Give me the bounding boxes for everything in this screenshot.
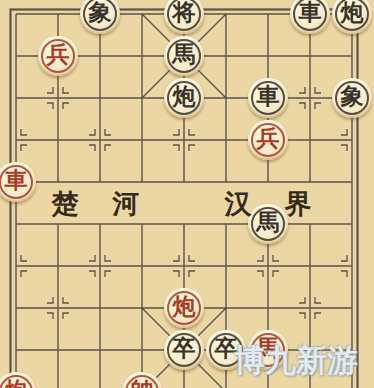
piece-character: 車	[5, 161, 28, 201]
piece-character: 馬	[173, 35, 196, 75]
piece-black-horse[interactable]: 馬	[164, 36, 204, 76]
piece-black-cannon[interactable]: 炮	[332, 0, 372, 34]
piece-red-chariot[interactable]: 車	[0, 162, 36, 202]
piece-character: 象	[341, 77, 364, 117]
piece-red-general[interactable]: 帥	[122, 372, 162, 388]
piece-black-cannon[interactable]: 炮	[164, 78, 204, 118]
piece-red-cannon[interactable]: 炮	[0, 372, 36, 388]
piece-character: 炮	[173, 287, 196, 327]
piece-black-chariot[interactable]: 車	[290, 0, 330, 34]
river-label-chu: 楚	[52, 189, 79, 219]
piece-character: 卒	[173, 329, 196, 369]
piece-character: 将	[173, 0, 196, 33]
piece-black-elephant[interactable]: 象	[332, 78, 372, 118]
watermark: 博九新游	[234, 340, 358, 382]
piece-red-soldier[interactable]: 兵	[38, 36, 78, 76]
piece-black-chariot[interactable]: 車	[248, 78, 288, 118]
xiangqi-board[interactable]: 象将車炮兵馬炮車象兵車馬炮卒卒馬炮帥 楚 河 汉 界 博九新游	[0, 0, 374, 388]
river-label-he: 河	[113, 189, 140, 219]
piece-character: 象	[89, 0, 112, 33]
river-label-han: 汉	[225, 189, 252, 219]
piece-black-elephant[interactable]: 象	[80, 0, 120, 34]
piece-character: 馬	[257, 203, 280, 243]
piece-black-horse[interactable]: 馬	[248, 204, 288, 244]
piece-character: 車	[257, 77, 280, 117]
piece-character: 兵	[257, 119, 280, 159]
piece-character: 炮	[5, 371, 28, 388]
piece-red-cannon[interactable]: 炮	[164, 288, 204, 328]
river-label-jie: 界	[285, 189, 312, 219]
piece-character: 帥	[131, 371, 154, 388]
piece-black-soldier[interactable]: 卒	[164, 330, 204, 370]
piece-character: 炮	[341, 0, 364, 33]
piece-character: 車	[299, 0, 322, 33]
piece-character: 兵	[47, 35, 70, 75]
piece-red-soldier[interactable]: 兵	[248, 120, 288, 160]
piece-black-general[interactable]: 将	[164, 0, 204, 34]
piece-character: 炮	[173, 77, 196, 117]
